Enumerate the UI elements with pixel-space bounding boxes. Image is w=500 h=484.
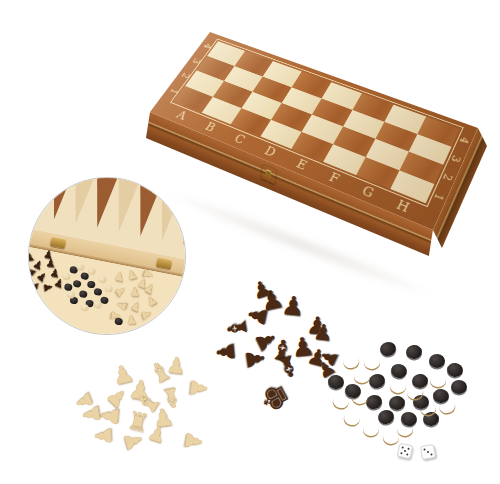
chess-piece-light: ♟ bbox=[180, 429, 205, 452]
checker-disc-black bbox=[379, 340, 398, 357]
brass-clasp-icon bbox=[260, 163, 277, 184]
die bbox=[397, 443, 414, 460]
chess-piece-light: ♟ bbox=[110, 361, 137, 389]
chess-piece-light: ♟ bbox=[79, 402, 104, 425]
chess-piece-light: ♟ bbox=[102, 383, 131, 413]
chess-piece-dark: ♟ bbox=[249, 276, 275, 303]
chess-piece-dark: ♟ bbox=[316, 346, 342, 371]
backgammon-inset-circle: ♟♟♟♟♟♟♟♟♟♟♟♟♟♟♟♟♟♟♟♟♟♟♟♟ bbox=[28, 177, 186, 335]
file-label: G bbox=[360, 184, 376, 199]
chess-piece-light: ♟ bbox=[145, 422, 168, 447]
chess-piece-light: ♝ bbox=[158, 383, 186, 413]
file-label: A bbox=[175, 109, 189, 121]
rank-label: 3 bbox=[449, 154, 462, 164]
checker-disc-cream bbox=[342, 352, 361, 369]
rank-label: 3 bbox=[190, 57, 202, 65]
checker-disc-black bbox=[451, 380, 467, 394]
chess-piece-light: ♟ bbox=[71, 389, 96, 413]
file-label: C bbox=[233, 132, 248, 145]
checker-disc-cream bbox=[389, 378, 407, 394]
checker-disc-cream bbox=[363, 354, 381, 370]
chess-piece-dark: ♟ bbox=[213, 340, 239, 364]
backgammon-point bbox=[28, 177, 32, 213]
checker-disc-black bbox=[388, 395, 406, 411]
checker-disc-black bbox=[429, 354, 445, 368]
checker-disc-black bbox=[446, 362, 464, 378]
file-label: E bbox=[295, 157, 310, 171]
die bbox=[420, 444, 436, 460]
die-pip bbox=[400, 452, 402, 454]
die-pip bbox=[402, 446, 404, 448]
chess-piece-dark: ♟ bbox=[250, 326, 281, 356]
die-pip bbox=[423, 448, 425, 450]
rank-label: 4 bbox=[201, 42, 212, 49]
chess-piece-light: ♟ bbox=[97, 404, 123, 428]
file-label: H bbox=[395, 198, 412, 214]
chess-piece-light: ♟ bbox=[127, 376, 154, 405]
checker-disc-cream bbox=[354, 369, 370, 383]
checker-disc-cream bbox=[343, 409, 362, 426]
die-pip bbox=[407, 448, 409, 450]
die-pip bbox=[406, 453, 408, 455]
chess-piece-dark: ♝ bbox=[268, 335, 297, 366]
checker-disc-black bbox=[390, 362, 409, 379]
chess-piece-dark: ♟ bbox=[242, 347, 269, 372]
chess-piece-dark: ♚ bbox=[254, 378, 296, 418]
chess-piece-dark: ♟ bbox=[305, 313, 328, 338]
checker-disc-black bbox=[377, 408, 396, 425]
product-photo: ABCDEFGH43214321 ♟♟♟♟♟♟♟♟♟♟♟♟♟♟♟♟♟♟♟♟♟♟♟… bbox=[0, 0, 500, 484]
brass-hinge-icon bbox=[50, 237, 66, 249]
checker-disc-black bbox=[368, 372, 387, 389]
rank-label: 1 bbox=[431, 191, 445, 202]
chess-piece-dark: ♝ bbox=[222, 314, 252, 341]
die-pip bbox=[427, 451, 429, 453]
chess-piece-light: ♝ bbox=[144, 355, 177, 389]
file-label: B bbox=[203, 120, 217, 133]
rank-label: 4 bbox=[457, 136, 470, 145]
chess-piece-light: ♝ bbox=[131, 386, 165, 420]
file-label: F bbox=[327, 170, 341, 184]
brass-hinge-icon bbox=[156, 258, 172, 270]
checker-disc-cream bbox=[363, 422, 379, 436]
chess-piece-light: ♟ bbox=[165, 354, 187, 378]
chess-piece-dark: ♝ bbox=[272, 349, 305, 383]
checker-disc-black bbox=[327, 374, 345, 390]
file-label: D bbox=[263, 144, 278, 158]
mini-chess-piece: ♟ bbox=[28, 276, 29, 290]
chess-piece-dark: ♟ bbox=[258, 285, 286, 315]
chess-piece-light: ♟ bbox=[151, 405, 176, 432]
rank-label: 1 bbox=[168, 87, 180, 95]
rank-label: 2 bbox=[440, 172, 454, 182]
chess-piece-dark: ♟ bbox=[290, 333, 316, 361]
chess-piece-dark: ♟ bbox=[244, 303, 272, 329]
rank-label: 2 bbox=[179, 72, 191, 80]
checker-disc-cream bbox=[430, 373, 446, 387]
chess-piece-dark: ♟ bbox=[280, 292, 306, 320]
open-box-interior: ♟♟♟♟♟♟♟♟♟♟♟♟♟♟♟♟♟♟♟♟♟♟♟♟ bbox=[28, 177, 186, 335]
die-pip bbox=[430, 453, 432, 455]
chess-piece-light: ♟ bbox=[186, 377, 210, 399]
chess-piece-light: ♟ bbox=[93, 426, 116, 446]
chess-piece-dark: ♟ bbox=[305, 345, 329, 371]
chess-piece-light: ♜ bbox=[125, 408, 151, 436]
chess-piece-light: ♟ bbox=[120, 428, 147, 453]
checker-disc-black bbox=[405, 344, 423, 360]
chess-piece-dark: ♟ bbox=[312, 321, 334, 345]
die-pip bbox=[404, 450, 406, 452]
